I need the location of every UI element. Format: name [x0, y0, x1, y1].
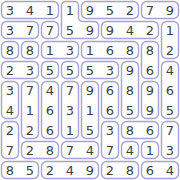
- grid-cell[interactable]: 8: [40, 140, 60, 160]
- grid-cell[interactable]: 6: [140, 60, 160, 80]
- grid-cell[interactable]: 4: [60, 160, 80, 180]
- grid-cell[interactable]: 5: [60, 20, 80, 40]
- grid-cell[interactable]: 9: [80, 160, 100, 180]
- grid-cell[interactable]: 5: [80, 120, 100, 140]
- grid-cell[interactable]: 8: [20, 40, 40, 60]
- grid-cell[interactable]: 6: [100, 80, 120, 100]
- grid-cell[interactable]: 8: [120, 160, 140, 180]
- grid-cell[interactable]: 9: [80, 20, 100, 40]
- grid-cell[interactable]: 2: [140, 20, 160, 40]
- grid-cell[interactable]: 5: [80, 60, 100, 80]
- grid-cell[interactable]: 3: [100, 120, 120, 140]
- grid-cell[interactable]: 6: [140, 160, 160, 180]
- grid-cell[interactable]: 8: [120, 80, 140, 100]
- grid-cell[interactable]: 3: [100, 60, 120, 80]
- grid-cell[interactable]: 7: [20, 80, 40, 100]
- grid-cell[interactable]: 5: [100, 0, 120, 20]
- grid-cell[interactable]: 1: [40, 40, 60, 60]
- puzzle-board: 3411952793775994218813168822355539643747…: [0, 0, 180, 180]
- grid-cell[interactable]: 2: [100, 160, 120, 180]
- grid-cell[interactable]: 4: [40, 80, 60, 100]
- grid-cell[interactable]: 9: [140, 100, 160, 120]
- grid-cell[interactable]: 1: [80, 100, 100, 120]
- grid-cell[interactable]: 3: [20, 60, 40, 80]
- grid-cell[interactable]: 3: [60, 100, 80, 120]
- grid-cell[interactable]: 9: [160, 0, 180, 20]
- grid-cell[interactable]: 4: [20, 0, 40, 20]
- grid-cell[interactable]: 7: [140, 0, 160, 20]
- grid-cell[interactable]: 2: [40, 160, 60, 180]
- grid-cell[interactable]: 8: [120, 40, 140, 60]
- grid-cell[interactable]: 1: [60, 0, 80, 20]
- grid-cell[interactable]: 2: [160, 40, 180, 60]
- grid-cell[interactable]: 4: [160, 60, 180, 80]
- grid-cell[interactable]: 5: [160, 100, 180, 120]
- grid-cell[interactable]: 6: [160, 80, 180, 100]
- grid-cell[interactable]: 1: [40, 0, 60, 20]
- grid-cell[interactable]: 3: [0, 80, 20, 100]
- grid-cell[interactable]: 6: [40, 100, 60, 120]
- grid-cell[interactable]: 4: [160, 160, 180, 180]
- grid-cell[interactable]: 1: [160, 20, 180, 40]
- grid-cell[interactable]: 9: [120, 60, 140, 80]
- grid-cell[interactable]: 5: [60, 60, 80, 80]
- grid-cell[interactable]: 1: [140, 140, 160, 160]
- digit-grid: 3411952793775994218813168822355539643747…: [0, 0, 180, 180]
- grid-cell[interactable]: 2: [0, 120, 20, 140]
- grid-cell[interactable]: 3: [60, 40, 80, 60]
- grid-cell[interactable]: 6: [40, 120, 60, 140]
- grid-cell[interactable]: 7: [100, 140, 120, 160]
- grid-cell[interactable]: 3: [0, 20, 20, 40]
- grid-cell[interactable]: 9: [80, 0, 100, 20]
- grid-cell[interactable]: 7: [60, 140, 80, 160]
- grid-cell[interactable]: 7: [0, 140, 20, 160]
- grid-cell[interactable]: 2: [20, 140, 40, 160]
- grid-cell[interactable]: 7: [160, 120, 180, 140]
- grid-cell[interactable]: 9: [140, 80, 160, 100]
- grid-cell[interactable]: 2: [20, 120, 40, 140]
- grid-cell[interactable]: 4: [120, 20, 140, 40]
- grid-cell[interactable]: 5: [120, 100, 140, 120]
- grid-cell[interactable]: 8: [0, 40, 20, 60]
- grid-cell[interactable]: 6: [100, 40, 120, 60]
- grid-cell[interactable]: 1: [20, 100, 40, 120]
- grid-cell[interactable]: 6: [140, 120, 160, 140]
- grid-cell[interactable]: 2: [120, 0, 140, 20]
- grid-cell[interactable]: 3: [160, 140, 180, 160]
- grid-cell[interactable]: 3: [0, 0, 20, 20]
- grid-cell[interactable]: 7: [60, 80, 80, 100]
- grid-cell[interactable]: 8: [0, 160, 20, 180]
- grid-cell[interactable]: 1: [80, 40, 100, 60]
- grid-cell[interactable]: 8: [120, 120, 140, 140]
- grid-cell[interactable]: 9: [100, 20, 120, 40]
- grid-cell[interactable]: 8: [140, 40, 160, 60]
- grid-cell[interactable]: 1: [60, 120, 80, 140]
- grid-cell[interactable]: 4: [0, 100, 20, 120]
- grid-cell[interactable]: 7: [40, 20, 60, 40]
- grid-cell[interactable]: 4: [120, 140, 140, 160]
- grid-cell[interactable]: 9: [80, 80, 100, 100]
- grid-cell[interactable]: 5: [40, 60, 60, 80]
- grid-cell[interactable]: 5: [20, 160, 40, 180]
- grid-cell[interactable]: 7: [20, 20, 40, 40]
- grid-cell[interactable]: 4: [80, 140, 100, 160]
- grid-cell[interactable]: 2: [0, 60, 20, 80]
- grid-cell[interactable]: 6: [100, 100, 120, 120]
